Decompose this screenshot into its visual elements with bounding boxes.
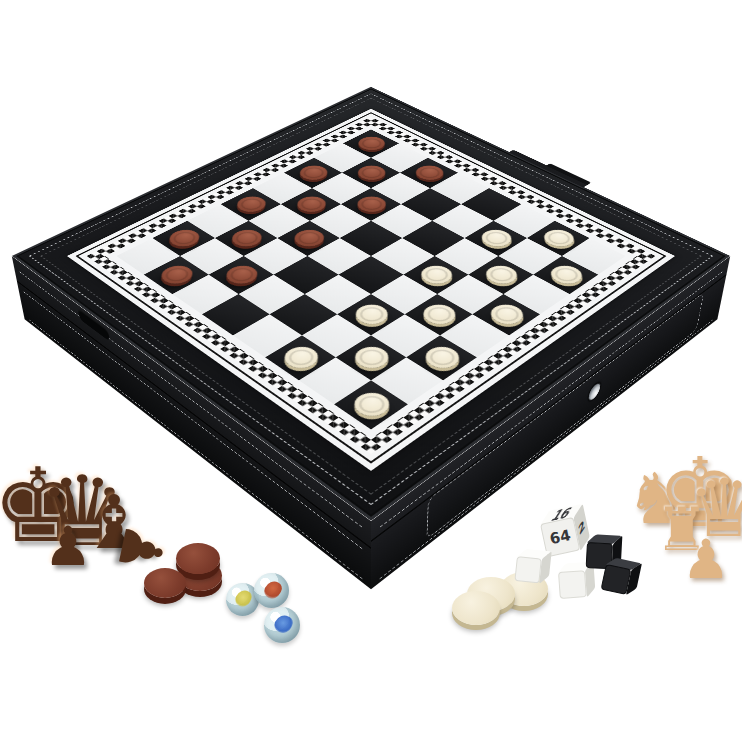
square-r5c7 (270, 294, 338, 335)
checker-cream (484, 300, 529, 328)
square-r3c8 (172, 275, 238, 315)
square-r4c1 (430, 173, 489, 204)
brown-disc-single (144, 568, 186, 598)
square-r2c4 (281, 188, 341, 221)
square-r3c2 (371, 173, 430, 204)
checker-brown (353, 134, 390, 153)
square-r7c8 (299, 357, 371, 404)
square-r4c6 (274, 256, 339, 294)
square-r2c3 (312, 173, 371, 204)
square-r2c6 (215, 221, 277, 256)
square-r2c8 (144, 256, 209, 294)
marble-red (254, 573, 289, 608)
square-r1c5 (221, 188, 281, 221)
checker-cream (416, 300, 461, 328)
square-r6c1 (493, 204, 554, 238)
square-r5c8 (233, 314, 302, 357)
checker-cream (347, 388, 396, 421)
square-r8c5 (440, 314, 509, 357)
checker-brown (231, 193, 271, 215)
square-r6c4 (403, 256, 468, 294)
square-r7c4 (437, 275, 503, 315)
square-r5c3 (402, 221, 464, 256)
square-r1c8 (116, 238, 180, 275)
checker-brown (220, 262, 263, 287)
square-r7c6 (371, 314, 440, 357)
square-r3c6 (244, 238, 308, 275)
square-r4c4 (340, 221, 402, 256)
checker-cream (415, 262, 458, 287)
square-r1c3 (284, 158, 342, 188)
square-r4c8 (202, 294, 270, 335)
square-r2c7 (180, 238, 244, 275)
square-r3c7 (209, 256, 274, 294)
square-r3c1 (400, 158, 458, 188)
marble-blue (264, 607, 300, 643)
checker-brown (163, 226, 205, 249)
light-pawn: ♟ (682, 533, 730, 587)
square-r8c8 (334, 380, 408, 429)
checker-brown (291, 193, 331, 215)
square-r5c1 (461, 188, 521, 221)
square-r7c1 (527, 221, 589, 256)
checker-brown (352, 163, 391, 183)
checker-cream (544, 262, 587, 287)
checker-cream (480, 262, 523, 287)
square-r1c2 (314, 143, 371, 172)
square-r5c2 (432, 204, 493, 238)
square-r1c1 (343, 129, 399, 157)
square-r7c3 (468, 256, 533, 294)
square-r4c3 (371, 204, 432, 238)
square-r8c1 (562, 238, 626, 275)
brown-disc-stack-top (176, 543, 220, 574)
square-r7c7 (336, 335, 407, 380)
square-r8c6 (406, 335, 477, 380)
scene (0, 0, 742, 741)
checker-brown (226, 226, 268, 249)
lid-finger-notch (509, 150, 588, 188)
checker-brown (155, 262, 198, 287)
square-r8c3 (503, 275, 569, 315)
square-r8c7 (371, 357, 443, 404)
square-r5c6 (305, 275, 371, 315)
square-r6c8 (265, 335, 336, 380)
lid-finger-notch-step (546, 163, 591, 185)
cream-disc-left (452, 591, 500, 625)
product-photo-stage: ♚ ♛ ♝ ♟ ♟ ♞ ♚ ♛ ♜ ♟ 16 2 64 (0, 0, 742, 741)
square-r3c5 (277, 221, 339, 256)
square-r5c5 (339, 256, 404, 294)
square-r6c5 (371, 275, 437, 315)
square-r1c7 (153, 221, 215, 256)
square-r8c2 (533, 256, 598, 294)
square-r6c7 (302, 314, 371, 357)
square-r2c1 (371, 143, 428, 172)
square-r5c4 (371, 238, 435, 275)
square-r6c6 (337, 294, 405, 335)
square-r2c2 (342, 158, 400, 188)
square-r6c2 (465, 221, 527, 256)
checker-brown (351, 193, 391, 215)
square-r7c5 (405, 294, 473, 335)
checker-cream (277, 342, 324, 372)
square-r3c4 (310, 204, 371, 238)
checker-cream (418, 342, 465, 372)
square-r2c5 (249, 204, 310, 238)
square-r1c4 (253, 173, 312, 204)
square-r1c6 (187, 204, 248, 238)
board-grid (116, 129, 625, 429)
checker-cream (348, 342, 395, 372)
square-r4c7 (239, 275, 305, 315)
checker-cream (475, 226, 517, 249)
square-r4c2 (401, 188, 461, 221)
checker-brown (410, 163, 449, 183)
square-r8c4 (472, 294, 540, 335)
dark-pawn: ♟ (44, 520, 92, 574)
square-r4c5 (307, 238, 371, 275)
square-r6c3 (435, 238, 499, 275)
checker-cream (538, 226, 580, 249)
checker-brown (288, 226, 330, 249)
checker-cream (349, 300, 394, 328)
checker-brown (294, 163, 333, 183)
square-r3c3 (341, 188, 401, 221)
square-r7c2 (498, 238, 562, 275)
